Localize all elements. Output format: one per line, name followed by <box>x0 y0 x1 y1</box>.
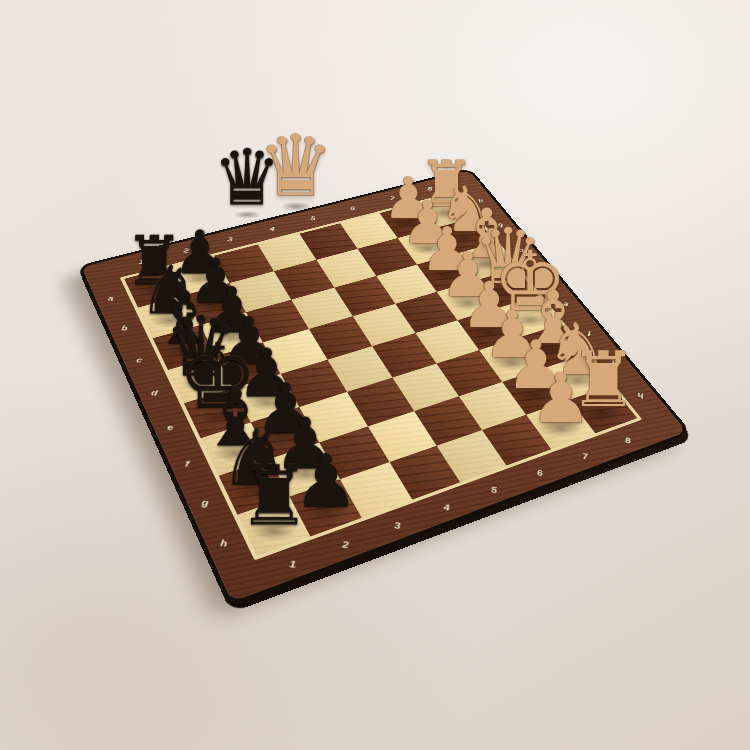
rank-label-6-right: 6 <box>537 468 544 478</box>
rank-label-7-right: 7 <box>581 451 587 460</box>
file-label-c-bottom: c <box>135 355 144 363</box>
rank-label-1-right: 1 <box>288 558 297 569</box>
file-label-b-bottom: b <box>121 324 131 332</box>
file-label-d-top: d <box>540 274 546 281</box>
rank-label-3-right: 3 <box>393 520 401 531</box>
file-label-b-top: b <box>498 222 504 229</box>
rank-label-8-left: 8 <box>427 185 433 191</box>
file-label-a-bottom: a <box>107 294 116 302</box>
file-label-f-bottom: f <box>184 459 191 468</box>
file-label-d-bottom: d <box>150 388 160 397</box>
file-label-e-bottom: e <box>166 423 175 432</box>
rank-label-2-right: 2 <box>341 539 350 550</box>
file-label-h-bottom: h <box>219 537 229 548</box>
rank-label-2-left: 2 <box>182 247 190 254</box>
file-label-c-top: c <box>519 247 525 254</box>
rank-label-6-left: 6 <box>350 205 357 211</box>
rank-label-1-left: 1 <box>137 258 145 265</box>
rank-label-4-right: 4 <box>442 502 450 512</box>
file-label-e-top: e <box>563 301 569 308</box>
rank-label-8-right: 8 <box>625 435 631 444</box>
rank-label-5-right: 5 <box>490 484 497 494</box>
file-label-a-top: a <box>478 198 484 204</box>
file-label-f-top: f <box>588 330 592 337</box>
scene: 1122334455667788aabbccddeeffgghh ♜♞♝♛♚♝♞… <box>0 0 750 750</box>
rank-label-3-left: 3 <box>226 236 234 243</box>
rank-label-4-left: 4 <box>268 225 275 232</box>
file-label-g-top: g <box>612 360 618 368</box>
file-label-g-bottom: g <box>201 497 211 507</box>
rank-label-7-left: 7 <box>389 195 395 201</box>
file-label-h-top: h <box>638 391 644 400</box>
rank-label-5-left: 5 <box>310 215 317 221</box>
